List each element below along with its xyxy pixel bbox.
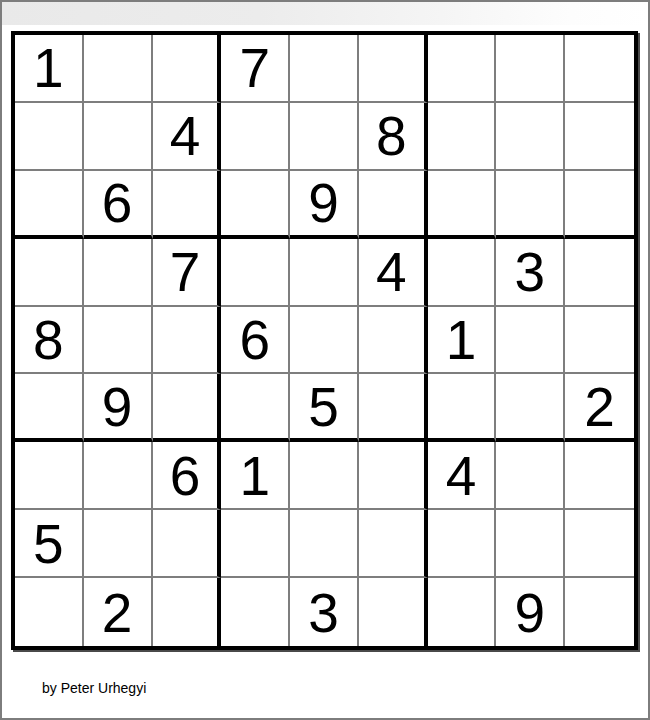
- cell-r1c6[interactable]: [359, 35, 428, 103]
- cell-r9c4[interactable]: [221, 578, 290, 646]
- cell-r6c8[interactable]: [496, 374, 565, 442]
- cell-r5c7[interactable]: 1: [428, 307, 497, 375]
- cell-r6c9[interactable]: 2: [565, 374, 634, 442]
- cell-r2c2[interactable]: [84, 103, 153, 171]
- cell-r1c1[interactable]: 1: [15, 35, 84, 103]
- cell-r1c7[interactable]: [428, 35, 497, 103]
- cell-r1c8[interactable]: [496, 35, 565, 103]
- cell-r6c6[interactable]: [359, 374, 428, 442]
- cell-r8c7[interactable]: [428, 510, 497, 578]
- cell-r7c8[interactable]: [496, 442, 565, 510]
- cell-r2c1[interactable]: [15, 103, 84, 171]
- cell-r1c5[interactable]: [290, 35, 359, 103]
- cell-r9c9[interactable]: [565, 578, 634, 646]
- cell-r3c1[interactable]: [15, 171, 84, 239]
- cell-r2c8[interactable]: [496, 103, 565, 171]
- cell-r8c8[interactable]: [496, 510, 565, 578]
- cell-r8c1[interactable]: 5: [15, 510, 84, 578]
- cell-r1c4[interactable]: 7: [221, 35, 290, 103]
- cell-r4c3[interactable]: 7: [153, 239, 222, 307]
- cell-r7c7[interactable]: 4: [428, 442, 497, 510]
- cell-r5c5[interactable]: [290, 307, 359, 375]
- cell-r9c1[interactable]: [15, 578, 84, 646]
- cell-r7c2[interactable]: [84, 442, 153, 510]
- cell-r5c9[interactable]: [565, 307, 634, 375]
- cell-r2c7[interactable]: [428, 103, 497, 171]
- cell-r4c4[interactable]: [221, 239, 290, 307]
- cell-r9c2[interactable]: 2: [84, 578, 153, 646]
- cell-r5c8[interactable]: [496, 307, 565, 375]
- cell-r5c1[interactable]: 8: [15, 307, 84, 375]
- cell-r2c9[interactable]: [565, 103, 634, 171]
- cell-r1c9[interactable]: [565, 35, 634, 103]
- cell-r1c2[interactable]: [84, 35, 153, 103]
- cell-r5c4[interactable]: 6: [221, 307, 290, 375]
- cell-r7c6[interactable]: [359, 442, 428, 510]
- cell-r3c5[interactable]: 9: [290, 171, 359, 239]
- cell-r7c5[interactable]: [290, 442, 359, 510]
- cell-r2c4[interactable]: [221, 103, 290, 171]
- cell-r2c5[interactable]: [290, 103, 359, 171]
- cell-r3c6[interactable]: [359, 171, 428, 239]
- cell-r1c3[interactable]: [153, 35, 222, 103]
- cell-r5c3[interactable]: [153, 307, 222, 375]
- cell-r3c2[interactable]: 6: [84, 171, 153, 239]
- cell-r4c8[interactable]: 3: [496, 239, 565, 307]
- cell-r9c5[interactable]: 3: [290, 578, 359, 646]
- cell-r4c6[interactable]: 4: [359, 239, 428, 307]
- cell-r9c3[interactable]: [153, 578, 222, 646]
- cell-r6c5[interactable]: 5: [290, 374, 359, 442]
- cell-r6c1[interactable]: [15, 374, 84, 442]
- cell-r6c7[interactable]: [428, 374, 497, 442]
- cell-r6c4[interactable]: [221, 374, 290, 442]
- cell-r6c2[interactable]: 9: [84, 374, 153, 442]
- cell-r4c1[interactable]: [15, 239, 84, 307]
- cell-r4c7[interactable]: [428, 239, 497, 307]
- cell-r3c3[interactable]: [153, 171, 222, 239]
- cell-r4c9[interactable]: [565, 239, 634, 307]
- cell-r3c7[interactable]: [428, 171, 497, 239]
- cell-r7c3[interactable]: 6: [153, 442, 222, 510]
- cell-r5c6[interactable]: [359, 307, 428, 375]
- cell-r9c7[interactable]: [428, 578, 497, 646]
- top-gradient-bar: [2, 2, 648, 25]
- cell-r4c2[interactable]: [84, 239, 153, 307]
- cell-r9c8[interactable]: 9: [496, 578, 565, 646]
- cell-r8c3[interactable]: [153, 510, 222, 578]
- cell-r6c3[interactable]: [153, 374, 222, 442]
- cell-r8c6[interactable]: [359, 510, 428, 578]
- cell-r5c2[interactable]: [84, 307, 153, 375]
- cell-r3c9[interactable]: [565, 171, 634, 239]
- cell-r8c5[interactable]: [290, 510, 359, 578]
- cell-r8c2[interactable]: [84, 510, 153, 578]
- cell-r8c4[interactable]: [221, 510, 290, 578]
- cell-r9c6[interactable]: [359, 578, 428, 646]
- cell-r2c3[interactable]: 4: [153, 103, 222, 171]
- cell-r4c5[interactable]: [290, 239, 359, 307]
- cell-r8c9[interactable]: [565, 510, 634, 578]
- author-credit: by Peter Urhegyi: [42, 680, 648, 696]
- cell-r3c4[interactable]: [221, 171, 290, 239]
- cell-r7c9[interactable]: [565, 442, 634, 510]
- cell-r2c6[interactable]: 8: [359, 103, 428, 171]
- sudoku-board: 1748697438619526145239: [11, 31, 638, 650]
- cell-r7c1[interactable]: [15, 442, 84, 510]
- page: 1748697438619526145239 by Peter Urhegyi: [0, 0, 650, 720]
- cell-r3c8[interactable]: [496, 171, 565, 239]
- cell-r7c4[interactable]: 1: [221, 442, 290, 510]
